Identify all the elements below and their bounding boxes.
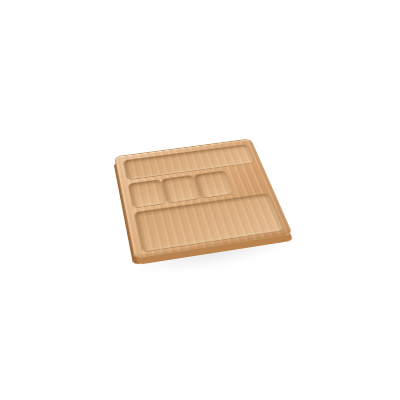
product-photo-scene xyxy=(0,0,400,400)
compartment-square-right xyxy=(193,170,234,199)
